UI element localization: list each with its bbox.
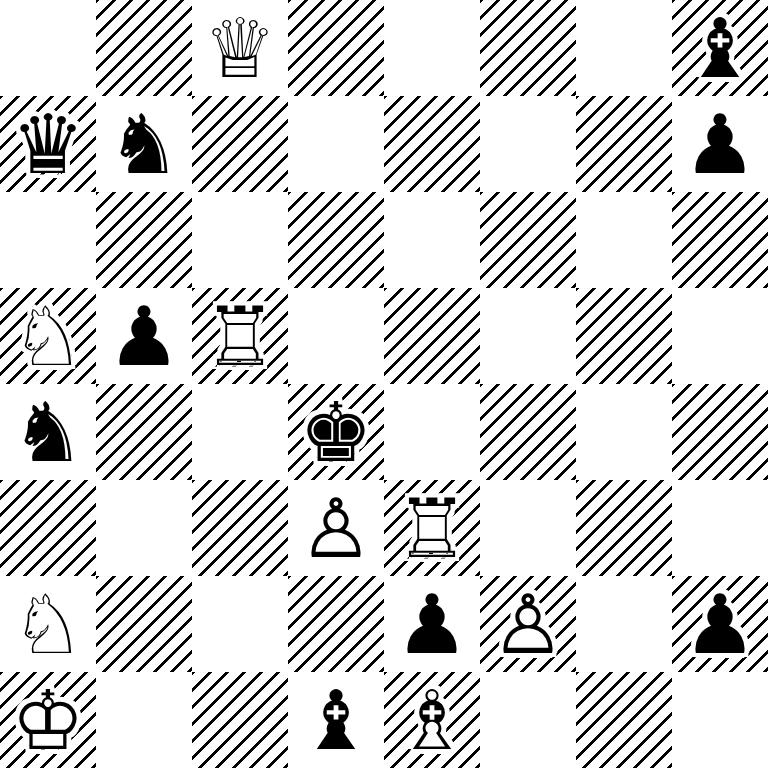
- square-a2[interactable]: ♞♘: [0, 576, 96, 672]
- square-c6[interactable]: [192, 192, 288, 288]
- square-g6[interactable]: [576, 192, 672, 288]
- square-b3[interactable]: [96, 480, 192, 576]
- square-c2[interactable]: [192, 576, 288, 672]
- piece-white-queen[interactable]: ♛♕: [192, 0, 288, 96]
- square-b4[interactable]: [96, 384, 192, 480]
- square-g8[interactable]: [576, 0, 672, 96]
- white-knight-icon: ♘: [0, 288, 96, 384]
- square-h8[interactable]: ♝♝: [672, 0, 768, 96]
- square-h6[interactable]: [672, 192, 768, 288]
- square-d3[interactable]: ♟♙: [288, 480, 384, 576]
- black-bishop-icon: ♝: [672, 0, 768, 96]
- square-d5[interactable]: [288, 288, 384, 384]
- square-h3[interactable]: [672, 480, 768, 576]
- piece-black-queen[interactable]: ♛♛: [0, 96, 96, 192]
- white-queen-icon: ♕: [192, 0, 288, 96]
- square-f1[interactable]: [480, 672, 576, 768]
- square-e8[interactable]: [384, 0, 480, 96]
- square-g2[interactable]: [576, 576, 672, 672]
- square-d7[interactable]: [288, 96, 384, 192]
- square-c7[interactable]: [192, 96, 288, 192]
- square-c5[interactable]: ♜♖: [192, 288, 288, 384]
- square-e7[interactable]: [384, 96, 480, 192]
- piece-white-pawn[interactable]: ♟♙: [288, 480, 384, 576]
- square-a5[interactable]: ♞♘: [0, 288, 96, 384]
- square-e5[interactable]: [384, 288, 480, 384]
- black-pawn-icon: ♟: [96, 288, 192, 384]
- square-b2[interactable]: [96, 576, 192, 672]
- white-king-icon: ♔: [0, 672, 96, 768]
- square-a3[interactable]: [0, 480, 96, 576]
- square-f4[interactable]: [480, 384, 576, 480]
- square-f2[interactable]: ♟♙: [480, 576, 576, 672]
- square-g4[interactable]: [576, 384, 672, 480]
- square-h2[interactable]: ♟♟: [672, 576, 768, 672]
- square-e4[interactable]: [384, 384, 480, 480]
- square-f5[interactable]: [480, 288, 576, 384]
- square-b8[interactable]: [96, 0, 192, 96]
- square-h1[interactable]: [672, 672, 768, 768]
- square-a6[interactable]: [0, 192, 96, 288]
- square-c4[interactable]: [192, 384, 288, 480]
- square-g3[interactable]: [576, 480, 672, 576]
- square-b5[interactable]: ♟♟: [96, 288, 192, 384]
- piece-white-knight[interactable]: ♞♘: [0, 576, 96, 672]
- black-queen-icon: ♛: [0, 96, 96, 192]
- square-b7[interactable]: ♞♞: [96, 96, 192, 192]
- white-knight-icon: ♘: [0, 576, 96, 672]
- square-b1[interactable]: [96, 672, 192, 768]
- piece-white-rook[interactable]: ♜♖: [384, 480, 480, 576]
- piece-white-pawn[interactable]: ♟♙: [480, 576, 576, 672]
- piece-black-pawn[interactable]: ♟♟: [384, 576, 480, 672]
- piece-black-bishop[interactable]: ♝♝: [288, 672, 384, 768]
- square-e2[interactable]: ♟♟: [384, 576, 480, 672]
- square-c8[interactable]: ♛♕: [192, 0, 288, 96]
- square-e6[interactable]: [384, 192, 480, 288]
- square-e3[interactable]: ♜♖: [384, 480, 480, 576]
- black-knight-icon: ♞: [96, 96, 192, 192]
- piece-black-pawn[interactable]: ♟♟: [672, 576, 768, 672]
- piece-black-pawn[interactable]: ♟♟: [96, 288, 192, 384]
- piece-white-rook[interactable]: ♜♖: [192, 288, 288, 384]
- black-bishop-icon: ♝: [288, 672, 384, 768]
- square-d1[interactable]: ♝♝: [288, 672, 384, 768]
- square-f8[interactable]: [480, 0, 576, 96]
- piece-white-knight[interactable]: ♞♘: [0, 288, 96, 384]
- square-c3[interactable]: [192, 480, 288, 576]
- square-g7[interactable]: [576, 96, 672, 192]
- square-h5[interactable]: [672, 288, 768, 384]
- square-e1[interactable]: ♝♗: [384, 672, 480, 768]
- square-a4[interactable]: ♞♞: [0, 384, 96, 480]
- white-pawn-icon: ♙: [480, 576, 576, 672]
- white-pawn-icon: ♙: [288, 480, 384, 576]
- square-a1[interactable]: ♚♔: [0, 672, 96, 768]
- square-a7[interactable]: ♛♛: [0, 96, 96, 192]
- square-d6[interactable]: [288, 192, 384, 288]
- square-d4[interactable]: ♚♚: [288, 384, 384, 480]
- piece-white-bishop[interactable]: ♝♗: [384, 672, 480, 768]
- black-knight-icon: ♞: [0, 384, 96, 480]
- piece-black-king[interactable]: ♚♚: [288, 384, 384, 480]
- black-pawn-icon: ♟: [672, 96, 768, 192]
- square-f6[interactable]: [480, 192, 576, 288]
- square-h7[interactable]: ♟♟: [672, 96, 768, 192]
- square-f3[interactable]: [480, 480, 576, 576]
- piece-black-bishop[interactable]: ♝♝: [672, 0, 768, 96]
- square-h4[interactable]: [672, 384, 768, 480]
- piece-black-knight[interactable]: ♞♞: [0, 384, 96, 480]
- chess-board: ♛♕♝♝♛♛♞♞♟♟♞♘♟♟♜♖♞♞♚♚♟♙♜♖♞♘♟♟♟♙♟♟♚♔♝♝♝♗: [0, 0, 768, 768]
- square-d8[interactable]: [288, 0, 384, 96]
- square-g1[interactable]: [576, 672, 672, 768]
- white-rook-icon: ♖: [192, 288, 288, 384]
- square-c1[interactable]: [192, 672, 288, 768]
- white-rook-icon: ♖: [384, 480, 480, 576]
- square-b6[interactable]: [96, 192, 192, 288]
- piece-black-knight[interactable]: ♞♞: [96, 96, 192, 192]
- piece-white-king[interactable]: ♚♔: [0, 672, 96, 768]
- square-f7[interactable]: [480, 96, 576, 192]
- square-a8[interactable]: [0, 0, 96, 96]
- piece-black-pawn[interactable]: ♟♟: [672, 96, 768, 192]
- black-pawn-icon: ♟: [672, 576, 768, 672]
- square-d2[interactable]: [288, 576, 384, 672]
- white-bishop-icon: ♗: [384, 672, 480, 768]
- square-g5[interactable]: [576, 288, 672, 384]
- black-king-icon: ♚: [288, 384, 384, 480]
- black-pawn-icon: ♟: [384, 576, 480, 672]
